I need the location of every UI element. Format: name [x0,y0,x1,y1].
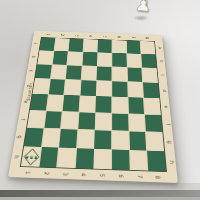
square[interactable] [112,81,127,97]
square[interactable] [46,95,63,111]
square[interactable] [127,54,142,68]
square[interactable] [35,64,52,79]
square[interactable] [95,113,111,131]
emblem-glyphs: ♚♛♟ [24,154,38,160]
square[interactable] [80,80,96,96]
chess-board: 12345678 12345678 abcdefgh abcdefgh Stau… [8,31,178,183]
square[interactable] [64,80,80,96]
square[interactable] [112,113,128,131]
square[interactable] [57,148,76,168]
square[interactable] [97,53,111,67]
square[interactable] [79,96,95,113]
square[interactable] [59,129,77,148]
square[interactable] [142,68,158,83]
square[interactable] [67,52,82,66]
square[interactable] [39,147,58,167]
square[interactable] [40,38,56,51]
square[interactable] [24,128,43,147]
square[interactable] [128,82,144,98]
square[interactable] [141,54,156,68]
square[interactable] [77,130,95,149]
board-grid [20,37,167,172]
square[interactable] [50,65,66,80]
square[interactable] [33,79,50,94]
square[interactable] [96,81,111,97]
square[interactable] [147,151,166,171]
square[interactable] [78,112,95,130]
square[interactable] [69,39,84,52]
square[interactable] [112,53,126,67]
square[interactable] [30,94,48,110]
photo-background: 12345678 12345678 abcdefgh abcdefgh Stau… [0,0,200,200]
square[interactable] [44,111,62,129]
square[interactable] [126,41,140,54]
square[interactable] [112,131,129,150]
table-front [0,197,200,200]
table-edge-shadow [0,190,200,197]
square[interactable] [82,52,97,66]
square[interactable] [81,66,96,81]
square[interactable] [112,40,126,53]
square[interactable] [37,51,53,65]
square[interactable] [48,79,65,94]
square[interactable] [96,96,112,113]
square[interactable] [97,66,112,81]
square[interactable] [129,131,146,150]
square[interactable] [94,149,112,169]
square[interactable] [94,130,111,149]
square[interactable] [61,112,78,130]
square[interactable] [146,132,164,151]
square[interactable] [54,38,69,51]
square[interactable] [63,95,80,111]
square[interactable] [27,110,46,128]
square[interactable] [141,41,156,54]
square[interactable] [76,148,94,168]
square[interactable] [145,114,162,132]
square[interactable] [127,67,142,82]
square[interactable] [128,97,144,114]
square[interactable] [66,65,82,80]
square[interactable] [83,39,97,52]
square[interactable] [98,40,112,53]
vinyl-sheet: 12345678 12345678 abcdefgh abcdefgh Stau… [8,31,178,183]
square[interactable] [112,97,128,114]
square[interactable] [52,51,68,65]
square[interactable] [112,67,127,82]
square[interactable] [42,129,61,148]
white-pawn-piece[interactable]: ♟ [134,0,152,16]
square[interactable] [144,98,161,115]
square[interactable] [143,82,159,98]
square[interactable] [112,150,130,170]
square[interactable] [130,150,148,170]
maker-emblem-icon: ♚♛♟ [22,148,41,166]
square[interactable] [129,114,146,132]
